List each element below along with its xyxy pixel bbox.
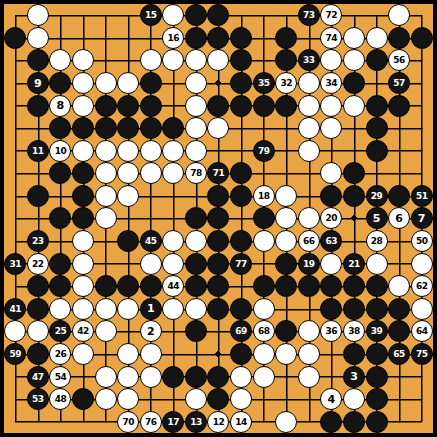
board-point[interactable]: [410, 4, 433, 27]
board-point[interactable]: [343, 230, 366, 253]
board-point[interactable]: [388, 94, 411, 117]
board-point[interactable]: [4, 275, 27, 298]
board-point[interactable]: [410, 49, 433, 72]
board-point[interactable]: [298, 298, 321, 321]
board-point[interactable]: [388, 298, 411, 321]
board-point[interactable]: [252, 49, 275, 72]
board-point[interactable]: [275, 252, 298, 275]
board-point[interactable]: 76: [139, 410, 162, 433]
board-point[interactable]: 29: [365, 185, 388, 208]
board-point[interactable]: [207, 4, 230, 27]
board-point[interactable]: [298, 162, 321, 185]
board-point[interactable]: 38: [343, 320, 366, 343]
board-point[interactable]: 70: [117, 410, 140, 433]
board-point[interactable]: 14: [230, 410, 253, 433]
board-point[interactable]: [388, 410, 411, 433]
board-point[interactable]: [72, 298, 95, 321]
board-point[interactable]: [343, 298, 366, 321]
board-point[interactable]: [72, 343, 95, 366]
board-point[interactable]: [4, 162, 27, 185]
board-point[interactable]: [410, 298, 433, 321]
board-point[interactable]: [388, 162, 411, 185]
board-point[interactable]: [207, 320, 230, 343]
board-point[interactable]: [343, 27, 366, 50]
board-point[interactable]: [320, 275, 343, 298]
board-point[interactable]: [298, 27, 321, 50]
board-point[interactable]: [185, 94, 208, 117]
board-point[interactable]: [185, 4, 208, 27]
board-point[interactable]: [298, 185, 321, 208]
board-point[interactable]: [94, 275, 117, 298]
board-point[interactable]: [207, 365, 230, 388]
board-point[interactable]: 53: [27, 388, 50, 411]
board-point[interactable]: [343, 185, 366, 208]
board-point[interactable]: 73: [298, 4, 321, 27]
board-point[interactable]: [410, 410, 433, 433]
board-point[interactable]: [365, 27, 388, 50]
board-point[interactable]: [410, 162, 433, 185]
board-point[interactable]: [252, 252, 275, 275]
board-point[interactable]: [94, 365, 117, 388]
board-point[interactable]: 28: [365, 230, 388, 253]
board-point[interactable]: [275, 343, 298, 366]
board-point[interactable]: [139, 252, 162, 275]
board-point[interactable]: [27, 4, 50, 27]
board-point[interactable]: 33: [298, 49, 321, 72]
board-point[interactable]: [388, 388, 411, 411]
board-point[interactable]: [185, 27, 208, 50]
board-point[interactable]: [162, 320, 185, 343]
board-point[interactable]: [207, 343, 230, 366]
board-point[interactable]: [49, 162, 72, 185]
board-point[interactable]: 77: [230, 252, 253, 275]
board-point[interactable]: [365, 72, 388, 95]
board-point[interactable]: [72, 117, 95, 140]
board-point[interactable]: [185, 343, 208, 366]
board-point[interactable]: 48: [49, 388, 72, 411]
board-point[interactable]: [410, 388, 433, 411]
board-point[interactable]: [49, 230, 72, 253]
board-point[interactable]: [207, 72, 230, 95]
board-point[interactable]: [4, 207, 27, 230]
board-point[interactable]: [207, 49, 230, 72]
board-point[interactable]: 72: [320, 4, 343, 27]
board-point[interactable]: [94, 49, 117, 72]
board-point[interactable]: [185, 185, 208, 208]
board-point[interactable]: 16: [162, 27, 185, 50]
board-point[interactable]: 50: [410, 230, 433, 253]
board-point[interactable]: [230, 207, 253, 230]
board-point[interactable]: [410, 72, 433, 95]
board-point[interactable]: [230, 275, 253, 298]
board-point[interactable]: [252, 275, 275, 298]
board-point[interactable]: [94, 252, 117, 275]
board-point[interactable]: [185, 320, 208, 343]
board-point[interactable]: 39: [365, 320, 388, 343]
board-point[interactable]: [365, 94, 388, 117]
board-point[interactable]: [49, 117, 72, 140]
board-point[interactable]: [94, 410, 117, 433]
board-point[interactable]: 36: [320, 320, 343, 343]
board-point[interactable]: [185, 252, 208, 275]
board-point[interactable]: [365, 410, 388, 433]
board-point[interactable]: [207, 207, 230, 230]
board-point[interactable]: [117, 139, 140, 162]
board-point[interactable]: [49, 410, 72, 433]
board-point[interactable]: 17: [162, 410, 185, 433]
board-point[interactable]: [252, 27, 275, 50]
board-point[interactable]: [117, 185, 140, 208]
board-point[interactable]: [298, 343, 321, 366]
board-point[interactable]: [207, 230, 230, 253]
board-point[interactable]: 32: [275, 72, 298, 95]
board-point[interactable]: 3: [343, 365, 366, 388]
board-point[interactable]: [185, 298, 208, 321]
board-point[interactable]: [139, 162, 162, 185]
board-point[interactable]: 35: [252, 72, 275, 95]
board-point[interactable]: [27, 27, 50, 50]
board-point[interactable]: [207, 117, 230, 140]
board-point[interactable]: 4: [320, 388, 343, 411]
board-point[interactable]: [410, 27, 433, 50]
board-point[interactable]: [343, 117, 366, 140]
board-point[interactable]: [185, 275, 208, 298]
board-point[interactable]: [298, 365, 321, 388]
board-point[interactable]: [139, 343, 162, 366]
board-point[interactable]: [320, 49, 343, 72]
board-point[interactable]: [275, 185, 298, 208]
board-point[interactable]: [185, 388, 208, 411]
board-point[interactable]: [207, 252, 230, 275]
board-point[interactable]: [207, 298, 230, 321]
board-point[interactable]: [252, 117, 275, 140]
board-point[interactable]: [27, 410, 50, 433]
board-point[interactable]: [94, 94, 117, 117]
board-point[interactable]: [343, 94, 366, 117]
board-point[interactable]: [365, 4, 388, 27]
board-point[interactable]: [49, 207, 72, 230]
board-point[interactable]: [230, 230, 253, 253]
board-point[interactable]: [275, 275, 298, 298]
board-point[interactable]: [275, 139, 298, 162]
board-point[interactable]: [49, 72, 72, 95]
board-point[interactable]: 68: [252, 320, 275, 343]
board-point[interactable]: [410, 117, 433, 140]
board-point[interactable]: [117, 94, 140, 117]
board-point[interactable]: [162, 72, 185, 95]
board-point[interactable]: [139, 207, 162, 230]
board-point[interactable]: [4, 4, 27, 27]
board-point[interactable]: [207, 275, 230, 298]
board-point[interactable]: [117, 72, 140, 95]
board-point[interactable]: [72, 4, 95, 27]
board-point[interactable]: 20: [320, 207, 343, 230]
board-point[interactable]: [320, 162, 343, 185]
board-point[interactable]: [72, 162, 95, 185]
board-point[interactable]: [72, 185, 95, 208]
board-point[interactable]: 26: [49, 343, 72, 366]
board-point[interactable]: [298, 207, 321, 230]
board-point[interactable]: [230, 162, 253, 185]
board-point[interactable]: [388, 139, 411, 162]
board-point[interactable]: [72, 388, 95, 411]
board-point[interactable]: 63: [320, 230, 343, 253]
board-point[interactable]: [139, 27, 162, 50]
board-point[interactable]: [207, 388, 230, 411]
board-point[interactable]: [72, 72, 95, 95]
board-point[interactable]: 15: [139, 4, 162, 27]
board-point[interactable]: [94, 4, 117, 27]
board-point[interactable]: [117, 275, 140, 298]
board-point[interactable]: [139, 117, 162, 140]
board-point[interactable]: [252, 388, 275, 411]
board-point[interactable]: 59: [4, 343, 27, 366]
board-point[interactable]: [410, 252, 433, 275]
board-point[interactable]: [320, 185, 343, 208]
board-point[interactable]: [94, 139, 117, 162]
board-point[interactable]: [162, 388, 185, 411]
board-point[interactable]: [365, 365, 388, 388]
board-point[interactable]: [388, 4, 411, 27]
board-point[interactable]: [4, 27, 27, 50]
board-point[interactable]: [207, 139, 230, 162]
board-point[interactable]: [185, 49, 208, 72]
board-point[interactable]: 45: [139, 230, 162, 253]
board-point[interactable]: [139, 94, 162, 117]
board-point[interactable]: [162, 365, 185, 388]
board-point[interactable]: [72, 207, 95, 230]
board-point[interactable]: [320, 252, 343, 275]
board-point[interactable]: [27, 343, 50, 366]
board-point[interactable]: [230, 343, 253, 366]
board-point[interactable]: [365, 139, 388, 162]
board-point[interactable]: [230, 388, 253, 411]
board-point[interactable]: [230, 72, 253, 95]
board-point[interactable]: [27, 320, 50, 343]
board-point[interactable]: [343, 343, 366, 366]
board-point[interactable]: [94, 117, 117, 140]
board-point[interactable]: 31: [4, 252, 27, 275]
board-point[interactable]: [320, 139, 343, 162]
board-point[interactable]: 7: [410, 207, 433, 230]
board-point[interactable]: [117, 365, 140, 388]
board-point[interactable]: [4, 72, 27, 95]
board-point[interactable]: [298, 275, 321, 298]
board-point[interactable]: 8: [49, 94, 72, 117]
board-point[interactable]: [230, 365, 253, 388]
board-point[interactable]: [252, 230, 275, 253]
board-point[interactable]: [4, 185, 27, 208]
board-point[interactable]: 42: [72, 320, 95, 343]
board-point[interactable]: [185, 139, 208, 162]
board-point[interactable]: [185, 230, 208, 253]
board-point[interactable]: [230, 139, 253, 162]
board-point[interactable]: [94, 230, 117, 253]
board-point[interactable]: [275, 4, 298, 27]
board-point[interactable]: 12: [207, 410, 230, 433]
board-point[interactable]: 44: [162, 275, 185, 298]
board-point[interactable]: 71: [207, 162, 230, 185]
board-point[interactable]: [275, 117, 298, 140]
board-point[interactable]: 6: [388, 207, 411, 230]
board-point[interactable]: [365, 49, 388, 72]
board-point[interactable]: [72, 27, 95, 50]
board-point[interactable]: [94, 185, 117, 208]
board-point[interactable]: [343, 275, 366, 298]
board-point[interactable]: [252, 298, 275, 321]
board-point[interactable]: [252, 94, 275, 117]
board-point[interactable]: [49, 4, 72, 27]
board-point[interactable]: [139, 72, 162, 95]
board-point[interactable]: [343, 410, 366, 433]
board-point[interactable]: [117, 298, 140, 321]
board-point[interactable]: 19: [298, 252, 321, 275]
board-point[interactable]: [275, 49, 298, 72]
board-point[interactable]: [298, 117, 321, 140]
board-point[interactable]: [230, 27, 253, 50]
board-point[interactable]: [343, 388, 366, 411]
board-point[interactable]: 78: [185, 162, 208, 185]
board-point[interactable]: [162, 49, 185, 72]
board-point[interactable]: [162, 139, 185, 162]
board-point[interactable]: [365, 298, 388, 321]
board-point[interactable]: [320, 298, 343, 321]
board-point[interactable]: [162, 117, 185, 140]
board-point[interactable]: [162, 94, 185, 117]
board-point[interactable]: [49, 275, 72, 298]
board-point[interactable]: [94, 27, 117, 50]
board-point[interactable]: 2: [139, 320, 162, 343]
board-point[interactable]: 75: [410, 343, 433, 366]
board-point[interactable]: [94, 388, 117, 411]
board-point[interactable]: [94, 343, 117, 366]
board-point[interactable]: [410, 365, 433, 388]
board-point[interactable]: [27, 94, 50, 117]
board-point[interactable]: [252, 207, 275, 230]
board-point[interactable]: 13: [185, 410, 208, 433]
board-point[interactable]: 41: [4, 298, 27, 321]
board-point[interactable]: [139, 139, 162, 162]
board-point[interactable]: [162, 230, 185, 253]
board-point[interactable]: [388, 275, 411, 298]
board-point[interactable]: [72, 94, 95, 117]
board-point[interactable]: 51: [410, 185, 433, 208]
board-point[interactable]: 10: [49, 139, 72, 162]
board-point[interactable]: [139, 49, 162, 72]
board-point[interactable]: [117, 252, 140, 275]
board-point[interactable]: [49, 27, 72, 50]
board-point[interactable]: [388, 185, 411, 208]
board-point[interactable]: [27, 185, 50, 208]
board-point[interactable]: [72, 365, 95, 388]
board-point[interactable]: [252, 4, 275, 27]
board-point[interactable]: [117, 343, 140, 366]
board-point[interactable]: [320, 117, 343, 140]
board-point[interactable]: [4, 320, 27, 343]
board-point[interactable]: 56: [388, 49, 411, 72]
board-point[interactable]: [4, 94, 27, 117]
board-point[interactable]: [4, 410, 27, 433]
board-point[interactable]: [27, 49, 50, 72]
board-point[interactable]: 64: [410, 320, 433, 343]
board-point[interactable]: [162, 162, 185, 185]
board-point[interactable]: [320, 365, 343, 388]
board-point[interactable]: [162, 207, 185, 230]
board-point[interactable]: [365, 275, 388, 298]
board-point[interactable]: [275, 230, 298, 253]
board-point[interactable]: 23: [27, 230, 50, 253]
board-point[interactable]: [320, 410, 343, 433]
board-point[interactable]: [343, 4, 366, 27]
board-point[interactable]: 1: [139, 298, 162, 321]
board-point[interactable]: 25: [49, 320, 72, 343]
board-point[interactable]: 57: [388, 72, 411, 95]
board-point[interactable]: [298, 72, 321, 95]
board-point[interactable]: [4, 230, 27, 253]
board-point[interactable]: [343, 162, 366, 185]
board-point[interactable]: [275, 298, 298, 321]
board-point[interactable]: [72, 49, 95, 72]
board-point[interactable]: 22: [27, 252, 50, 275]
board-point[interactable]: [252, 365, 275, 388]
board-point[interactable]: [27, 207, 50, 230]
board-point[interactable]: [320, 343, 343, 366]
board-point[interactable]: [139, 388, 162, 411]
board-point[interactable]: [117, 49, 140, 72]
board-point[interactable]: [230, 94, 253, 117]
board-point[interactable]: [252, 162, 275, 185]
board-point[interactable]: 65: [388, 343, 411, 366]
board-point[interactable]: [365, 117, 388, 140]
board-point[interactable]: [365, 252, 388, 275]
board-point[interactable]: [230, 49, 253, 72]
board-point[interactable]: 47: [27, 365, 50, 388]
board-point[interactable]: [230, 4, 253, 27]
board-point[interactable]: [72, 275, 95, 298]
board-point[interactable]: [410, 139, 433, 162]
board-point[interactable]: [72, 230, 95, 253]
board-point[interactable]: [4, 388, 27, 411]
board-point[interactable]: [275, 27, 298, 50]
board-point[interactable]: [94, 207, 117, 230]
board-point[interactable]: 21: [343, 252, 366, 275]
board-point[interactable]: [207, 94, 230, 117]
board-point[interactable]: 62: [410, 275, 433, 298]
board-point[interactable]: [185, 365, 208, 388]
board-point[interactable]: 5: [365, 207, 388, 230]
board-point[interactable]: [72, 252, 95, 275]
board-point[interactable]: [275, 388, 298, 411]
board-point[interactable]: [27, 275, 50, 298]
board-point[interactable]: [117, 117, 140, 140]
board-point[interactable]: [298, 94, 321, 117]
board-point[interactable]: [27, 117, 50, 140]
board-point[interactable]: [94, 72, 117, 95]
board-point[interactable]: [4, 117, 27, 140]
board-point[interactable]: [298, 388, 321, 411]
board-point[interactable]: [117, 320, 140, 343]
board-point[interactable]: [230, 185, 253, 208]
board-point[interactable]: 18: [252, 185, 275, 208]
board-point[interactable]: [49, 49, 72, 72]
board-point[interactable]: [49, 298, 72, 321]
board-point[interactable]: [117, 230, 140, 253]
board-point[interactable]: 69: [230, 320, 253, 343]
board-point[interactable]: [388, 27, 411, 50]
board-point[interactable]: 9: [27, 72, 50, 95]
board-point[interactable]: [207, 27, 230, 50]
board-point[interactable]: [275, 162, 298, 185]
